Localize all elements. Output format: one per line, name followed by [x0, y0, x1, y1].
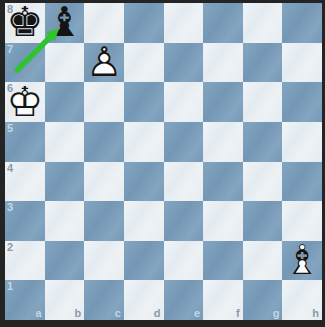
square-f7[interactable] — [203, 43, 243, 83]
square-g8[interactable] — [243, 3, 283, 43]
rank-label-2: 2 — [7, 242, 13, 253]
rank-label-3: 3 — [7, 202, 13, 213]
square-c4[interactable] — [84, 162, 124, 202]
square-b3[interactable] — [45, 201, 85, 241]
square-e4[interactable] — [164, 162, 204, 202]
square-h5[interactable] — [282, 122, 322, 162]
piece-outline-glyph: ♙ — [84, 43, 124, 83]
file-label-a: a — [36, 308, 42, 319]
square-b5[interactable] — [45, 122, 85, 162]
square-a3[interactable]: 3 — [5, 201, 45, 241]
square-e5[interactable] — [164, 122, 204, 162]
square-b6[interactable] — [45, 82, 85, 122]
piece-outline-glyph: ♗ — [282, 241, 322, 281]
file-label-f: f — [236, 308, 240, 319]
square-h7[interactable] — [282, 43, 322, 83]
square-e1[interactable]: e — [164, 280, 204, 320]
square-f1[interactable]: f — [203, 280, 243, 320]
square-b4[interactable] — [45, 162, 85, 202]
square-d1[interactable]: d — [124, 280, 164, 320]
square-g5[interactable] — [243, 122, 283, 162]
square-c6[interactable] — [84, 82, 124, 122]
piece-white-king-a6[interactable]: ♚♔ — [5, 82, 45, 122]
square-a6[interactable]: 6♚♔ — [5, 82, 45, 122]
square-c1[interactable]: c — [84, 280, 124, 320]
square-h8[interactable] — [282, 3, 322, 43]
square-c5[interactable] — [84, 122, 124, 162]
square-e6[interactable] — [164, 82, 204, 122]
piece-glyph: ♚ — [5, 3, 45, 43]
piece-glyph: ♝ — [45, 3, 85, 43]
square-e7[interactable] — [164, 43, 204, 83]
square-h6[interactable] — [282, 82, 322, 122]
square-d6[interactable] — [124, 82, 164, 122]
square-d7[interactable] — [124, 43, 164, 83]
square-e8[interactable] — [164, 3, 204, 43]
file-label-c: c — [115, 308, 121, 319]
square-e3[interactable] — [164, 201, 204, 241]
square-a8[interactable]: 8♚ — [5, 3, 45, 43]
square-g4[interactable] — [243, 162, 283, 202]
square-g7[interactable] — [243, 43, 283, 83]
square-f3[interactable] — [203, 201, 243, 241]
file-label-d: d — [154, 308, 161, 319]
square-b7[interactable] — [45, 43, 85, 83]
square-d5[interactable] — [124, 122, 164, 162]
file-label-b: b — [75, 308, 82, 319]
square-f2[interactable] — [203, 241, 243, 281]
file-label-h: h — [312, 308, 319, 319]
square-f8[interactable] — [203, 3, 243, 43]
square-b8[interactable]: ♝ — [45, 3, 85, 43]
square-g3[interactable] — [243, 201, 283, 241]
piece-outline-glyph: ♔ — [5, 82, 45, 122]
square-h3[interactable] — [282, 201, 322, 241]
piece-black-bishop-b8[interactable]: ♝ — [45, 3, 85, 43]
file-label-e: e — [194, 308, 200, 319]
rank-label-7: 7 — [7, 44, 13, 55]
rank-label-5: 5 — [7, 123, 13, 134]
square-a4[interactable]: 4 — [5, 162, 45, 202]
chess-board: 8♚♝7♟♙6♚♔5432♝♗1abcdefgh — [5, 3, 322, 320]
file-label-g: g — [273, 308, 280, 319]
square-h1[interactable]: h — [282, 280, 322, 320]
square-d8[interactable] — [124, 3, 164, 43]
square-a2[interactable]: 2 — [5, 241, 45, 281]
square-b2[interactable] — [45, 241, 85, 281]
square-a7[interactable]: 7 — [5, 43, 45, 83]
square-c2[interactable] — [84, 241, 124, 281]
rank-label-4: 4 — [7, 163, 13, 174]
rank-label-1: 1 — [7, 281, 13, 292]
piece-fill-glyph: ♟ — [84, 43, 124, 83]
square-d4[interactable] — [124, 162, 164, 202]
square-d2[interactable] — [124, 241, 164, 281]
square-b1[interactable]: b — [45, 280, 85, 320]
piece-white-bishop-h2[interactable]: ♝♗ — [282, 241, 322, 281]
piece-fill-glyph: ♝ — [282, 241, 322, 281]
square-d3[interactable] — [124, 201, 164, 241]
square-c7[interactable]: ♟♙ — [84, 43, 124, 83]
piece-white-pawn-c7[interactable]: ♟♙ — [84, 43, 124, 83]
square-c3[interactable] — [84, 201, 124, 241]
square-h2[interactable]: ♝♗ — [282, 241, 322, 281]
square-c8[interactable] — [84, 3, 124, 43]
square-f5[interactable] — [203, 122, 243, 162]
square-g6[interactable] — [243, 82, 283, 122]
square-a1[interactable]: 1a — [5, 280, 45, 320]
square-a5[interactable]: 5 — [5, 122, 45, 162]
piece-fill-glyph: ♚ — [5, 82, 45, 122]
square-g2[interactable] — [243, 241, 283, 281]
board-frame: 8♚♝7♟♙6♚♔5432♝♗1abcdefgh — [0, 0, 325, 327]
square-e2[interactable] — [164, 241, 204, 281]
square-g1[interactable]: g — [243, 280, 283, 320]
piece-black-king-a8[interactable]: ♚ — [5, 3, 45, 43]
square-f4[interactable] — [203, 162, 243, 202]
square-f6[interactable] — [203, 82, 243, 122]
square-h4[interactable] — [282, 162, 322, 202]
